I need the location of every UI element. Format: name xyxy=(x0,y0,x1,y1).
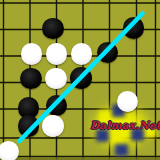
gomoku-board[interactable]: Dalmax.Net xyxy=(0,0,160,160)
winning-line xyxy=(0,0,160,160)
